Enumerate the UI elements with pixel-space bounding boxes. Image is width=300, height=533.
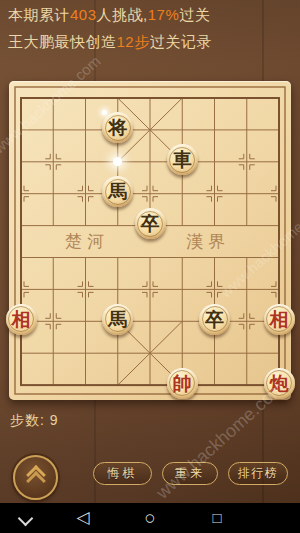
- record-line: 王大鹏最快创造12步过关记录: [8, 33, 212, 52]
- stats-percent: 17%: [148, 6, 180, 23]
- leaderboard-button[interactable]: 排行榜: [228, 462, 288, 485]
- piece-glyph: 帥: [173, 374, 192, 393]
- stats-text: 本期累计: [8, 6, 70, 23]
- undo-button[interactable]: 悔棋: [93, 462, 152, 485]
- piece-glyph: 卒: [205, 310, 224, 329]
- piece-black-車[interactable]: 車: [167, 144, 198, 175]
- river-label-right: 漢界: [186, 232, 230, 251]
- nav-back-icon[interactable]: ◁: [72, 503, 94, 533]
- piece-glyph: 相: [270, 310, 289, 329]
- app-screen: 本期累计403人挑战,17%过关 王大鹏最快创造12步过关记录 楚河 漢界 将車…: [0, 0, 300, 533]
- piece-black-卒[interactable]: 卒: [135, 208, 166, 239]
- piece-glyph: 炮: [270, 374, 289, 393]
- record-text: 王大鹏最快创造: [8, 33, 117, 50]
- step-counter-value: 9: [50, 412, 59, 428]
- piece-black-馬[interactable]: 馬: [102, 304, 133, 335]
- nav-recents-icon[interactable]: □: [206, 503, 228, 533]
- action-buttons: 悔棋 重来 排行榜: [93, 462, 288, 485]
- step-counter-label: 步数:: [10, 412, 45, 428]
- sparkle-effect: [102, 110, 107, 115]
- stats-text: 过关: [179, 6, 210, 23]
- android-nav-bar: ◁ ○ □: [0, 503, 300, 533]
- piece-red-相[interactable]: 相: [264, 304, 295, 335]
- record-steps: 12步: [117, 33, 150, 50]
- collapse-panel-button[interactable]: [13, 455, 58, 500]
- piece-glyph: 馬: [108, 310, 127, 329]
- piece-black-卒[interactable]: 卒: [199, 304, 230, 335]
- record-text: 过关记录: [150, 33, 212, 50]
- nav-collapse-icon[interactable]: [18, 511, 34, 527]
- board-grid: 楚河 漢界: [9, 81, 291, 400]
- stats-text: 人挑战,: [97, 6, 148, 23]
- piece-red-相[interactable]: 相: [6, 304, 37, 335]
- challenge-stats-line: 本期累计403人挑战,17%过关: [8, 6, 210, 25]
- piece-red-炮[interactable]: 炮: [264, 368, 295, 399]
- restart-button[interactable]: 重来: [162, 462, 218, 485]
- piece-glyph: 車: [173, 150, 192, 169]
- piece-black-馬[interactable]: 馬: [102, 176, 133, 207]
- stats-count: 403: [70, 6, 97, 23]
- piece-red-帥[interactable]: 帥: [167, 368, 198, 399]
- piece-glyph: 相: [12, 310, 31, 329]
- step-counter: 步数: 9: [10, 412, 59, 430]
- piece-glyph: 卒: [141, 214, 160, 233]
- river-label-left: 楚河: [65, 232, 109, 251]
- piece-glyph: 馬: [108, 182, 127, 201]
- piece-black-将[interactable]: 将: [102, 112, 133, 143]
- nav-home-icon[interactable]: ○: [139, 503, 161, 533]
- piece-glyph: 将: [108, 118, 127, 137]
- xiangqi-board[interactable]: 楚河 漢界 将車馬卒相馬卒相帥炮: [9, 81, 291, 400]
